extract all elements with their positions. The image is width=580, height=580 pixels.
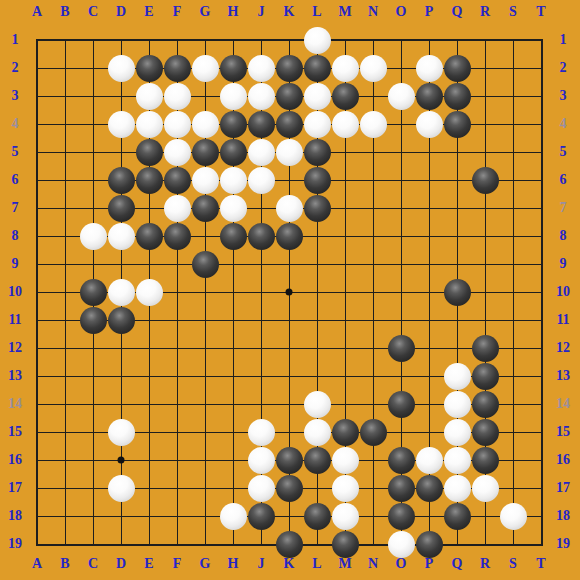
intersection-F18[interactable] <box>163 502 191 530</box>
intersection-C6[interactable] <box>79 166 107 194</box>
intersection-J17[interactable] <box>247 474 275 502</box>
intersection-A11[interactable] <box>23 306 51 334</box>
intersection-T3[interactable] <box>527 82 555 110</box>
intersection-F5[interactable] <box>163 138 191 166</box>
intersection-Q5[interactable] <box>443 138 471 166</box>
intersection-O10[interactable] <box>387 278 415 306</box>
intersection-H13[interactable] <box>219 362 247 390</box>
intersection-R12[interactable] <box>471 334 499 362</box>
intersection-J11[interactable] <box>247 306 275 334</box>
intersection-H19[interactable] <box>219 530 247 558</box>
intersection-S2[interactable] <box>499 54 527 82</box>
intersection-G7[interactable] <box>191 194 219 222</box>
intersection-S11[interactable] <box>499 306 527 334</box>
intersection-Q2[interactable] <box>443 54 471 82</box>
intersection-H11[interactable] <box>219 306 247 334</box>
intersection-Q7[interactable] <box>443 194 471 222</box>
intersection-O7[interactable] <box>387 194 415 222</box>
intersection-N8[interactable] <box>359 222 387 250</box>
intersection-E1[interactable] <box>135 26 163 54</box>
intersection-A9[interactable] <box>23 250 51 278</box>
intersection-P12[interactable] <box>415 334 443 362</box>
intersection-K14[interactable] <box>275 390 303 418</box>
intersection-B8[interactable] <box>51 222 79 250</box>
intersection-B13[interactable] <box>51 362 79 390</box>
intersection-E14[interactable] <box>135 390 163 418</box>
intersection-B19[interactable] <box>51 530 79 558</box>
intersection-J6[interactable] <box>247 166 275 194</box>
intersection-R5[interactable] <box>471 138 499 166</box>
intersection-C9[interactable] <box>79 250 107 278</box>
intersection-G10[interactable] <box>191 278 219 306</box>
intersection-L17[interactable] <box>303 474 331 502</box>
intersection-L9[interactable] <box>303 250 331 278</box>
intersection-M12[interactable] <box>331 334 359 362</box>
intersection-S17[interactable] <box>499 474 527 502</box>
intersection-T9[interactable] <box>527 250 555 278</box>
intersection-M14[interactable] <box>331 390 359 418</box>
intersection-D7[interactable] <box>107 194 135 222</box>
intersection-N11[interactable] <box>359 306 387 334</box>
intersection-O8[interactable] <box>387 222 415 250</box>
intersection-G12[interactable] <box>191 334 219 362</box>
intersection-S8[interactable] <box>499 222 527 250</box>
intersection-N7[interactable] <box>359 194 387 222</box>
intersection-S18[interactable] <box>499 502 527 530</box>
intersection-G9[interactable] <box>191 250 219 278</box>
intersection-O12[interactable] <box>387 334 415 362</box>
intersection-H7[interactable] <box>219 194 247 222</box>
intersection-M15[interactable] <box>331 418 359 446</box>
intersection-A1[interactable] <box>23 26 51 54</box>
intersection-G3[interactable] <box>191 82 219 110</box>
intersection-C1[interactable] <box>79 26 107 54</box>
intersection-C14[interactable] <box>79 390 107 418</box>
intersection-M19[interactable] <box>331 530 359 558</box>
intersection-D19[interactable] <box>107 530 135 558</box>
intersection-B15[interactable] <box>51 418 79 446</box>
intersection-Q1[interactable] <box>443 26 471 54</box>
intersection-J4[interactable] <box>247 110 275 138</box>
intersection-C10[interactable] <box>79 278 107 306</box>
intersection-F3[interactable] <box>163 82 191 110</box>
intersection-T4[interactable] <box>527 110 555 138</box>
intersection-P3[interactable] <box>415 82 443 110</box>
intersection-A15[interactable] <box>23 418 51 446</box>
intersection-C5[interactable] <box>79 138 107 166</box>
intersection-Q15[interactable] <box>443 418 471 446</box>
intersection-N19[interactable] <box>359 530 387 558</box>
intersection-S14[interactable] <box>499 390 527 418</box>
intersection-H10[interactable] <box>219 278 247 306</box>
intersection-G11[interactable] <box>191 306 219 334</box>
intersection-K11[interactable] <box>275 306 303 334</box>
intersection-L8[interactable] <box>303 222 331 250</box>
intersection-S12[interactable] <box>499 334 527 362</box>
intersection-T16[interactable] <box>527 446 555 474</box>
intersection-N16[interactable] <box>359 446 387 474</box>
intersection-A10[interactable] <box>23 278 51 306</box>
intersection-A16[interactable] <box>23 446 51 474</box>
intersection-E5[interactable] <box>135 138 163 166</box>
intersection-J1[interactable] <box>247 26 275 54</box>
intersection-J18[interactable] <box>247 502 275 530</box>
intersection-P15[interactable] <box>415 418 443 446</box>
intersection-D12[interactable] <box>107 334 135 362</box>
intersection-F11[interactable] <box>163 306 191 334</box>
intersection-H4[interactable] <box>219 110 247 138</box>
intersection-T17[interactable] <box>527 474 555 502</box>
intersection-F9[interactable] <box>163 250 191 278</box>
intersection-E17[interactable] <box>135 474 163 502</box>
intersection-C2[interactable] <box>79 54 107 82</box>
intersection-A13[interactable] <box>23 362 51 390</box>
intersection-J14[interactable] <box>247 390 275 418</box>
intersection-B9[interactable] <box>51 250 79 278</box>
intersection-E11[interactable] <box>135 306 163 334</box>
intersection-T18[interactable] <box>527 502 555 530</box>
intersection-S10[interactable] <box>499 278 527 306</box>
intersection-A14[interactable] <box>23 390 51 418</box>
intersection-S13[interactable] <box>499 362 527 390</box>
intersection-P4[interactable] <box>415 110 443 138</box>
intersection-O4[interactable] <box>387 110 415 138</box>
intersection-D10[interactable] <box>107 278 135 306</box>
intersection-N15[interactable] <box>359 418 387 446</box>
intersection-D13[interactable] <box>107 362 135 390</box>
intersection-R11[interactable] <box>471 306 499 334</box>
intersection-B5[interactable] <box>51 138 79 166</box>
intersection-G16[interactable] <box>191 446 219 474</box>
intersection-E8[interactable] <box>135 222 163 250</box>
intersection-A2[interactable] <box>23 54 51 82</box>
intersection-P1[interactable] <box>415 26 443 54</box>
intersection-E18[interactable] <box>135 502 163 530</box>
intersection-Q12[interactable] <box>443 334 471 362</box>
intersection-B16[interactable] <box>51 446 79 474</box>
intersection-R1[interactable] <box>471 26 499 54</box>
intersection-K4[interactable] <box>275 110 303 138</box>
intersection-C17[interactable] <box>79 474 107 502</box>
intersection-Q13[interactable] <box>443 362 471 390</box>
intersection-N18[interactable] <box>359 502 387 530</box>
intersection-K13[interactable] <box>275 362 303 390</box>
intersection-D17[interactable] <box>107 474 135 502</box>
intersection-F2[interactable] <box>163 54 191 82</box>
intersection-M6[interactable] <box>331 166 359 194</box>
intersection-P6[interactable] <box>415 166 443 194</box>
intersection-E7[interactable] <box>135 194 163 222</box>
intersection-H2[interactable] <box>219 54 247 82</box>
intersection-R14[interactable] <box>471 390 499 418</box>
intersection-T14[interactable] <box>527 390 555 418</box>
intersection-J16[interactable] <box>247 446 275 474</box>
intersection-T7[interactable] <box>527 194 555 222</box>
intersection-Q10[interactable] <box>443 278 471 306</box>
intersection-R16[interactable] <box>471 446 499 474</box>
intersection-G15[interactable] <box>191 418 219 446</box>
intersection-J7[interactable] <box>247 194 275 222</box>
intersection-K19[interactable] <box>275 530 303 558</box>
intersection-G4[interactable] <box>191 110 219 138</box>
intersection-K18[interactable] <box>275 502 303 530</box>
intersection-N1[interactable] <box>359 26 387 54</box>
intersection-R2[interactable] <box>471 54 499 82</box>
intersection-N14[interactable] <box>359 390 387 418</box>
intersection-J10[interactable] <box>247 278 275 306</box>
intersection-O2[interactable] <box>387 54 415 82</box>
intersection-D18[interactable] <box>107 502 135 530</box>
intersection-D14[interactable] <box>107 390 135 418</box>
intersection-E13[interactable] <box>135 362 163 390</box>
intersection-L1[interactable] <box>303 26 331 54</box>
intersection-O19[interactable] <box>387 530 415 558</box>
intersection-N6[interactable] <box>359 166 387 194</box>
intersection-E3[interactable] <box>135 82 163 110</box>
intersection-A3[interactable] <box>23 82 51 110</box>
intersection-S7[interactable] <box>499 194 527 222</box>
intersection-T11[interactable] <box>527 306 555 334</box>
intersection-O6[interactable] <box>387 166 415 194</box>
intersection-M16[interactable] <box>331 446 359 474</box>
intersection-L13[interactable] <box>303 362 331 390</box>
intersection-H16[interactable] <box>219 446 247 474</box>
intersection-B7[interactable] <box>51 194 79 222</box>
intersection-R10[interactable] <box>471 278 499 306</box>
intersection-J9[interactable] <box>247 250 275 278</box>
intersection-H18[interactable] <box>219 502 247 530</box>
intersection-B18[interactable] <box>51 502 79 530</box>
intersection-A7[interactable] <box>23 194 51 222</box>
intersection-K12[interactable] <box>275 334 303 362</box>
intersection-H5[interactable] <box>219 138 247 166</box>
intersection-A8[interactable] <box>23 222 51 250</box>
intersection-P11[interactable] <box>415 306 443 334</box>
intersection-F17[interactable] <box>163 474 191 502</box>
intersection-S3[interactable] <box>499 82 527 110</box>
intersection-F7[interactable] <box>163 194 191 222</box>
intersection-K10[interactable] <box>275 278 303 306</box>
intersection-K2[interactable] <box>275 54 303 82</box>
intersection-E10[interactable] <box>135 278 163 306</box>
intersection-H17[interactable] <box>219 474 247 502</box>
intersection-T19[interactable] <box>527 530 555 558</box>
intersection-L4[interactable] <box>303 110 331 138</box>
intersection-L11[interactable] <box>303 306 331 334</box>
intersection-T15[interactable] <box>527 418 555 446</box>
intersection-M11[interactable] <box>331 306 359 334</box>
intersection-K1[interactable] <box>275 26 303 54</box>
intersection-F19[interactable] <box>163 530 191 558</box>
intersection-B2[interactable] <box>51 54 79 82</box>
intersection-C19[interactable] <box>79 530 107 558</box>
intersection-B12[interactable] <box>51 334 79 362</box>
intersection-J19[interactable] <box>247 530 275 558</box>
intersection-F4[interactable] <box>163 110 191 138</box>
intersection-R7[interactable] <box>471 194 499 222</box>
intersection-M7[interactable] <box>331 194 359 222</box>
intersection-T6[interactable] <box>527 166 555 194</box>
intersection-J3[interactable] <box>247 82 275 110</box>
intersection-M4[interactable] <box>331 110 359 138</box>
intersection-G5[interactable] <box>191 138 219 166</box>
intersection-A5[interactable] <box>23 138 51 166</box>
intersection-T13[interactable] <box>527 362 555 390</box>
intersection-E12[interactable] <box>135 334 163 362</box>
intersection-A6[interactable] <box>23 166 51 194</box>
intersection-P8[interactable] <box>415 222 443 250</box>
intersection-N2[interactable] <box>359 54 387 82</box>
intersection-D6[interactable] <box>107 166 135 194</box>
intersection-J5[interactable] <box>247 138 275 166</box>
intersection-C7[interactable] <box>79 194 107 222</box>
intersection-G2[interactable] <box>191 54 219 82</box>
intersection-P2[interactable] <box>415 54 443 82</box>
intersection-Q18[interactable] <box>443 502 471 530</box>
intersection-H9[interactable] <box>219 250 247 278</box>
intersection-H12[interactable] <box>219 334 247 362</box>
intersection-F8[interactable] <box>163 222 191 250</box>
intersection-P10[interactable] <box>415 278 443 306</box>
intersection-A17[interactable] <box>23 474 51 502</box>
intersection-G17[interactable] <box>191 474 219 502</box>
intersection-R8[interactable] <box>471 222 499 250</box>
intersection-D9[interactable] <box>107 250 135 278</box>
intersection-P5[interactable] <box>415 138 443 166</box>
intersection-G1[interactable] <box>191 26 219 54</box>
intersection-L18[interactable] <box>303 502 331 530</box>
intersection-B1[interactable] <box>51 26 79 54</box>
intersection-L6[interactable] <box>303 166 331 194</box>
intersection-R3[interactable] <box>471 82 499 110</box>
intersection-C15[interactable] <box>79 418 107 446</box>
intersection-D8[interactable] <box>107 222 135 250</box>
intersection-H15[interactable] <box>219 418 247 446</box>
intersection-G13[interactable] <box>191 362 219 390</box>
intersection-L2[interactable] <box>303 54 331 82</box>
intersection-P19[interactable] <box>415 530 443 558</box>
intersection-H3[interactable] <box>219 82 247 110</box>
intersection-H14[interactable] <box>219 390 247 418</box>
intersection-D5[interactable] <box>107 138 135 166</box>
intersection-O9[interactable] <box>387 250 415 278</box>
intersection-M8[interactable] <box>331 222 359 250</box>
intersection-C18[interactable] <box>79 502 107 530</box>
intersection-L19[interactable] <box>303 530 331 558</box>
intersection-Q9[interactable] <box>443 250 471 278</box>
intersection-G18[interactable] <box>191 502 219 530</box>
intersection-F14[interactable] <box>163 390 191 418</box>
intersection-O18[interactable] <box>387 502 415 530</box>
intersection-N9[interactable] <box>359 250 387 278</box>
intersection-T12[interactable] <box>527 334 555 362</box>
intersection-N12[interactable] <box>359 334 387 362</box>
intersection-K6[interactable] <box>275 166 303 194</box>
intersection-P16[interactable] <box>415 446 443 474</box>
intersection-S4[interactable] <box>499 110 527 138</box>
intersection-G19[interactable] <box>191 530 219 558</box>
intersection-M2[interactable] <box>331 54 359 82</box>
intersection-O16[interactable] <box>387 446 415 474</box>
intersection-F1[interactable] <box>163 26 191 54</box>
intersection-O13[interactable] <box>387 362 415 390</box>
intersection-M9[interactable] <box>331 250 359 278</box>
intersection-G6[interactable] <box>191 166 219 194</box>
intersection-J15[interactable] <box>247 418 275 446</box>
intersection-A18[interactable] <box>23 502 51 530</box>
intersection-N4[interactable] <box>359 110 387 138</box>
intersection-N10[interactable] <box>359 278 387 306</box>
intersection-E6[interactable] <box>135 166 163 194</box>
intersection-O11[interactable] <box>387 306 415 334</box>
intersection-J2[interactable] <box>247 54 275 82</box>
intersection-C11[interactable] <box>79 306 107 334</box>
intersection-O15[interactable] <box>387 418 415 446</box>
intersection-K17[interactable] <box>275 474 303 502</box>
intersection-Q6[interactable] <box>443 166 471 194</box>
intersection-S19[interactable] <box>499 530 527 558</box>
intersection-L15[interactable] <box>303 418 331 446</box>
intersection-L5[interactable] <box>303 138 331 166</box>
intersection-N5[interactable] <box>359 138 387 166</box>
intersection-C4[interactable] <box>79 110 107 138</box>
intersection-R6[interactable] <box>471 166 499 194</box>
intersection-O3[interactable] <box>387 82 415 110</box>
intersection-G8[interactable] <box>191 222 219 250</box>
intersection-G14[interactable] <box>191 390 219 418</box>
intersection-P13[interactable] <box>415 362 443 390</box>
intersection-H1[interactable] <box>219 26 247 54</box>
intersection-P18[interactable] <box>415 502 443 530</box>
intersection-D4[interactable] <box>107 110 135 138</box>
intersection-E16[interactable] <box>135 446 163 474</box>
intersection-S1[interactable] <box>499 26 527 54</box>
intersection-F16[interactable] <box>163 446 191 474</box>
intersection-A19[interactable] <box>23 530 51 558</box>
intersection-S5[interactable] <box>499 138 527 166</box>
intersection-M3[interactable] <box>331 82 359 110</box>
intersection-C12[interactable] <box>79 334 107 362</box>
intersection-Q14[interactable] <box>443 390 471 418</box>
intersection-K7[interactable] <box>275 194 303 222</box>
intersection-N13[interactable] <box>359 362 387 390</box>
intersection-B4[interactable] <box>51 110 79 138</box>
intersection-T5[interactable] <box>527 138 555 166</box>
intersection-Q3[interactable] <box>443 82 471 110</box>
intersection-J12[interactable] <box>247 334 275 362</box>
intersection-D3[interactable] <box>107 82 135 110</box>
intersection-Q16[interactable] <box>443 446 471 474</box>
intersection-B17[interactable] <box>51 474 79 502</box>
intersection-R18[interactable] <box>471 502 499 530</box>
intersection-M13[interactable] <box>331 362 359 390</box>
intersection-T2[interactable] <box>527 54 555 82</box>
intersection-K9[interactable] <box>275 250 303 278</box>
intersection-F6[interactable] <box>163 166 191 194</box>
intersection-C8[interactable] <box>79 222 107 250</box>
intersection-Q4[interactable] <box>443 110 471 138</box>
intersection-K15[interactable] <box>275 418 303 446</box>
intersection-M10[interactable] <box>331 278 359 306</box>
intersection-Q17[interactable] <box>443 474 471 502</box>
intersection-L12[interactable] <box>303 334 331 362</box>
intersection-L10[interactable] <box>303 278 331 306</box>
intersection-H6[interactable] <box>219 166 247 194</box>
intersection-M18[interactable] <box>331 502 359 530</box>
intersection-B11[interactable] <box>51 306 79 334</box>
intersection-C16[interactable] <box>79 446 107 474</box>
intersection-D15[interactable] <box>107 418 135 446</box>
